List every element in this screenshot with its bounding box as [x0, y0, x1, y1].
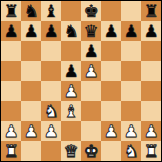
square-g4[interactable] — [121, 81, 141, 101]
square-c1[interactable] — [41, 141, 61, 161]
black-knight-piece[interactable]: ♞ — [63, 21, 78, 41]
square-d7[interactable]: ♞ — [61, 21, 81, 41]
square-f4[interactable] — [101, 81, 121, 101]
black-queen-piece[interactable]: ♛ — [83, 21, 98, 41]
square-a2[interactable]: ♟ — [1, 121, 21, 141]
white-pawn-piece[interactable]: ♟ — [43, 121, 58, 141]
white-rook-piece[interactable]: ♜ — [143, 141, 158, 161]
square-a7[interactable]: ♟ — [1, 21, 21, 41]
square-d1[interactable]: ♛ — [61, 141, 81, 161]
square-h5[interactable] — [141, 61, 161, 81]
square-c5[interactable] — [41, 61, 61, 81]
square-e5[interactable]: ♟ — [81, 61, 101, 81]
square-b5[interactable] — [21, 61, 41, 81]
black-rook-piece[interactable]: ♜ — [3, 1, 18, 21]
square-f1[interactable] — [101, 141, 121, 161]
white-bishop-piece[interactable]: ♝ — [63, 101, 78, 121]
square-c2[interactable]: ♟ — [41, 121, 61, 141]
square-e7[interactable]: ♛ — [81, 21, 101, 41]
black-rook-piece[interactable]: ♜ — [143, 1, 158, 21]
square-g7[interactable]: ♟ — [121, 21, 141, 41]
square-e6[interactable]: ♟ — [81, 41, 101, 61]
white-knight-piece[interactable]: ♞ — [123, 141, 138, 161]
square-d5[interactable]: ♟ — [61, 61, 81, 81]
square-b7[interactable]: ♟ — [21, 21, 41, 41]
black-bishop-piece[interactable]: ♝ — [43, 1, 58, 21]
square-g3[interactable] — [121, 101, 141, 121]
square-e2[interactable] — [81, 121, 101, 141]
white-knight-piece[interactable]: ♞ — [43, 101, 58, 121]
black-knight-piece[interactable]: ♞ — [23, 1, 38, 21]
black-pawn-piece[interactable]: ♟ — [123, 21, 138, 41]
square-c3[interactable]: ♞ — [41, 101, 61, 121]
square-f6[interactable] — [101, 41, 121, 61]
square-g5[interactable] — [121, 61, 141, 81]
white-queen-piece[interactable]: ♛ — [63, 141, 78, 161]
black-pawn-piece[interactable]: ♟ — [83, 41, 98, 61]
square-h8[interactable]: ♜ — [141, 1, 161, 21]
square-b6[interactable] — [21, 41, 41, 61]
square-d3[interactable]: ♝ — [61, 101, 81, 121]
square-h7[interactable]: ♟ — [141, 21, 161, 41]
white-pawn-piece[interactable]: ♟ — [143, 121, 158, 141]
square-g8[interactable] — [121, 1, 141, 21]
square-f5[interactable] — [101, 61, 121, 81]
square-d6[interactable] — [61, 41, 81, 61]
black-pawn-piece[interactable]: ♟ — [63, 61, 78, 81]
square-c4[interactable] — [41, 81, 61, 101]
black-pawn-piece[interactable]: ♟ — [143, 21, 158, 41]
square-f7[interactable]: ♟ — [101, 21, 121, 41]
square-c8[interactable]: ♝ — [41, 1, 61, 21]
square-d2[interactable] — [61, 121, 81, 141]
square-f2[interactable]: ♟ — [101, 121, 121, 141]
square-h2[interactable]: ♟ — [141, 121, 161, 141]
square-f8[interactable] — [101, 1, 121, 21]
square-c7[interactable]: ♟ — [41, 21, 61, 41]
white-pawn-piece[interactable]: ♟ — [83, 61, 98, 81]
square-e4[interactable] — [81, 81, 101, 101]
white-king-piece[interactable]: ♚ — [83, 141, 98, 161]
square-a5[interactable] — [1, 61, 21, 81]
square-d4[interactable]: ♟ — [61, 81, 81, 101]
white-pawn-piece[interactable]: ♟ — [123, 121, 138, 141]
square-b1[interactable] — [21, 141, 41, 161]
square-d8[interactable] — [61, 1, 81, 21]
black-pawn-piece[interactable]: ♟ — [3, 21, 18, 41]
square-a6[interactable] — [1, 41, 21, 61]
square-h6[interactable] — [141, 41, 161, 61]
square-g2[interactable]: ♟ — [121, 121, 141, 141]
square-a4[interactable] — [1, 81, 21, 101]
black-pawn-piece[interactable]: ♟ — [23, 21, 38, 41]
square-g1[interactable]: ♞ — [121, 141, 141, 161]
square-b2[interactable]: ♟ — [21, 121, 41, 141]
square-g6[interactable] — [121, 41, 141, 61]
black-king-piece[interactable]: ♚ — [83, 1, 98, 21]
white-pawn-piece[interactable]: ♟ — [3, 121, 18, 141]
square-b3[interactable] — [21, 101, 41, 121]
white-pawn-piece[interactable]: ♟ — [63, 81, 78, 101]
square-a3[interactable] — [1, 101, 21, 121]
square-h1[interactable]: ♜ — [141, 141, 161, 161]
square-e1[interactable]: ♚ — [81, 141, 101, 161]
black-pawn-piece[interactable]: ♟ — [43, 21, 58, 41]
square-c6[interactable] — [41, 41, 61, 61]
square-a8[interactable]: ♜ — [1, 1, 21, 21]
black-pawn-piece[interactable]: ♟ — [103, 21, 118, 41]
white-rook-piece[interactable]: ♜ — [3, 141, 18, 161]
chess-board: ♜♞♝♚♜♟♟♟♞♛♟♟♟♟♟♟♟♞♝♟♟♟♟♟♟♜♛♚♞♜ — [0, 0, 162, 162]
square-e8[interactable]: ♚ — [81, 1, 101, 21]
square-a1[interactable]: ♜ — [1, 141, 21, 161]
white-pawn-piece[interactable]: ♟ — [23, 121, 38, 141]
square-b4[interactable] — [21, 81, 41, 101]
square-e3[interactable] — [81, 101, 101, 121]
square-h4[interactable] — [141, 81, 161, 101]
square-h3[interactable] — [141, 101, 161, 121]
white-pawn-piece[interactable]: ♟ — [103, 121, 118, 141]
square-f3[interactable] — [101, 101, 121, 121]
square-b8[interactable]: ♞ — [21, 1, 41, 21]
